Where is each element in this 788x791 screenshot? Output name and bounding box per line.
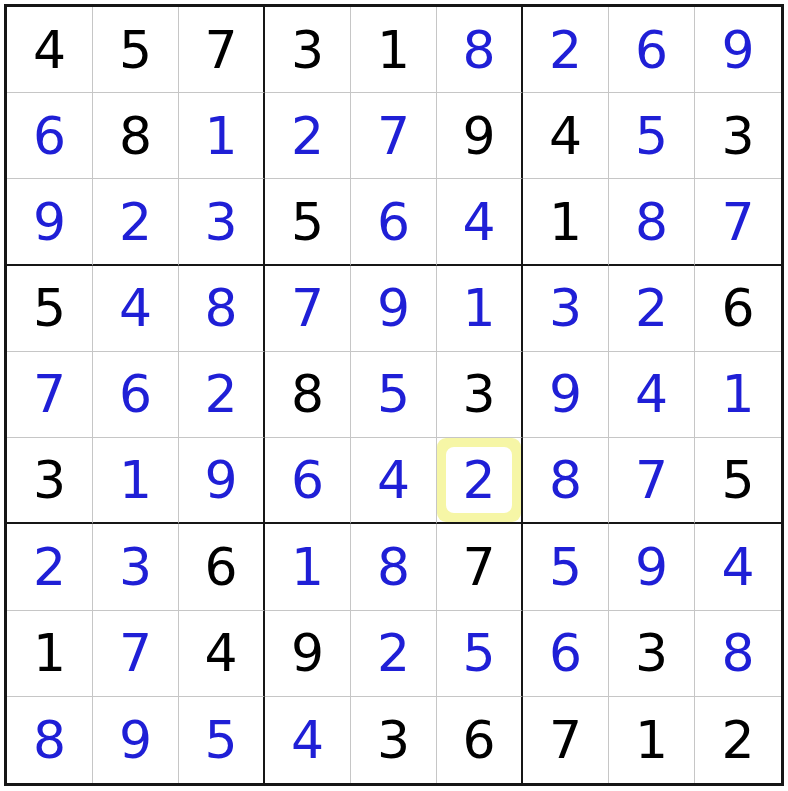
cell-digit: 3 [119,541,152,593]
cell-r6c8[interactable]: 7 [609,438,695,524]
cell-digit: 9 [635,541,668,593]
cell-digit: 5 [33,282,66,334]
cell-r4c6[interactable]: 1 [437,266,523,352]
cell-digit: 8 [377,541,410,593]
cell-digit: 7 [204,24,237,76]
cell-r6c5[interactable]: 4 [351,438,437,524]
cell-digit: 2 [119,196,152,248]
cell-r9c1[interactable]: 8 [7,697,93,783]
cell-digit: 9 [119,714,152,766]
cell-digit: 1 [549,196,582,248]
cell-digit: 3 [462,368,495,420]
cell-digit: 1 [721,368,754,420]
cell-r5c3[interactable]: 2 [179,352,265,438]
cell-r7c9[interactable]: 4 [695,524,781,610]
cell-digit: 9 [721,24,754,76]
cell-r8c7[interactable]: 6 [523,611,609,697]
cell-r6c6[interactable]: 2 [437,438,523,524]
cell-r9c9[interactable]: 2 [695,697,781,783]
cell-r1c9[interactable]: 9 [695,7,781,93]
cell-r3c7[interactable]: 1 [523,179,609,265]
cell-digit: 6 [549,627,582,679]
cell-r5c5[interactable]: 5 [351,352,437,438]
cell-digit: 7 [377,110,410,162]
cell-digit: 5 [291,196,324,248]
cell-r7c5[interactable]: 8 [351,524,437,610]
cell-digit: 9 [462,110,495,162]
cell-digit: 1 [377,24,410,76]
cell-r8c2[interactable]: 7 [93,611,179,697]
cell-digit: 8 [119,110,152,162]
cell-digit: 4 [462,196,495,248]
cell-digit: 6 [33,110,66,162]
cell-digit: 1 [462,282,495,334]
cell-r1c6[interactable]: 8 [437,7,523,93]
cell-digit: 8 [33,714,66,766]
cell-digit: 7 [721,196,754,248]
cell-digit: 8 [204,282,237,334]
cell-r4c9[interactable]: 6 [695,266,781,352]
cell-digit: 4 [549,110,582,162]
cell-digit: 5 [377,368,410,420]
cell-digit: 6 [635,24,668,76]
cell-digit: 7 [549,714,582,766]
cell-r9c4[interactable]: 4 [265,697,351,783]
cell-digit: 9 [377,282,410,334]
cell-r2c4[interactable]: 2 [265,93,351,179]
cell-r8c1[interactable]: 1 [7,611,93,697]
cell-r6c9[interactable]: 5 [695,438,781,524]
cell-r4c2[interactable]: 4 [93,266,179,352]
cell-digit: 4 [377,454,410,506]
cell-r9c7[interactable]: 7 [523,697,609,783]
cell-r3c3[interactable]: 3 [179,179,265,265]
cell-r3c2[interactable]: 2 [93,179,179,265]
cell-r6c4[interactable]: 6 [265,438,351,524]
cell-r2c7[interactable]: 4 [523,93,609,179]
cell-digit: 5 [721,454,754,506]
cell-digit: 5 [204,714,237,766]
cell-r5c1[interactable]: 7 [7,352,93,438]
cell-digit: 4 [119,282,152,334]
cell-digit: 1 [33,627,66,679]
cell-digit: 2 [204,368,237,420]
cell-digit: 5 [635,110,668,162]
cell-r6c7[interactable]: 8 [523,438,609,524]
cell-digit: 8 [721,627,754,679]
cell-digit: 9 [204,454,237,506]
cell-r3c4[interactable]: 5 [265,179,351,265]
cell-digit: 5 [119,24,152,76]
cell-r9c3[interactable]: 5 [179,697,265,783]
cell-digit: 8 [462,24,495,76]
cell-digit: 2 [291,110,324,162]
cell-r2c8[interactable]: 5 [609,93,695,179]
cell-digit: 2 [377,627,410,679]
cell-digit: 7 [291,282,324,334]
cell-r3c8[interactable]: 8 [609,179,695,265]
cell-r8c6[interactable]: 5 [437,611,523,697]
cell-r2c5[interactable]: 7 [351,93,437,179]
cell-digit: 9 [33,196,66,248]
cell-r7c4[interactable]: 1 [265,524,351,610]
cell-digit: 4 [291,714,324,766]
cell-r7c2[interactable]: 3 [93,524,179,610]
cell-digit: 2 [462,454,495,506]
cell-r5c7[interactable]: 9 [523,352,609,438]
cell-digit: 1 [635,714,668,766]
cell-r2c1[interactable]: 6 [7,93,93,179]
cell-digit: 5 [549,541,582,593]
cell-r1c3[interactable]: 7 [179,7,265,93]
cell-r1c1[interactable]: 4 [7,7,93,93]
cell-digit: 3 [204,196,237,248]
cell-r1c2[interactable]: 5 [93,7,179,93]
cell-r6c2[interactable]: 1 [93,438,179,524]
cell-r8c9[interactable]: 8 [695,611,781,697]
cell-digit: 8 [635,196,668,248]
cell-digit: 3 [635,627,668,679]
cell-r5c9[interactable]: 1 [695,352,781,438]
cell-r2c6[interactable]: 9 [437,93,523,179]
cell-r2c2[interactable]: 8 [93,93,179,179]
cell-digit: 4 [33,24,66,76]
cell-digit: 3 [549,282,582,334]
cell-digit: 3 [721,110,754,162]
cell-r8c8[interactable]: 3 [609,611,695,697]
cell-digit: 8 [291,368,324,420]
cell-digit: 6 [204,541,237,593]
cell-r5c4[interactable]: 8 [265,352,351,438]
cell-digit: 7 [462,541,495,593]
sudoku-board: 4573182696812794539235641875487913267628… [4,4,784,786]
cell-r1c5[interactable]: 1 [351,7,437,93]
cell-digit: 6 [462,714,495,766]
cell-r1c8[interactable]: 6 [609,7,695,93]
cell-r6c3[interactable]: 9 [179,438,265,524]
cell-digit: 6 [119,368,152,420]
cell-digit: 1 [204,110,237,162]
cell-r4c7[interactable]: 3 [523,266,609,352]
cell-digit: 8 [549,454,582,506]
cell-digit: 2 [635,282,668,334]
cell-r5c8[interactable]: 4 [609,352,695,438]
cell-digit: 7 [119,627,152,679]
cell-r4c1[interactable]: 5 [7,266,93,352]
cell-digit: 4 [721,541,754,593]
cell-digit: 2 [549,24,582,76]
cell-r1c4[interactable]: 3 [265,7,351,93]
cell-r3c1[interactable]: 9 [7,179,93,265]
cell-digit: 6 [377,196,410,248]
cell-r9c5[interactable]: 3 [351,697,437,783]
cell-digit: 3 [377,714,410,766]
cell-r2c9[interactable]: 3 [695,93,781,179]
cell-r1c7[interactable]: 2 [523,7,609,93]
cell-digit: 3 [291,24,324,76]
cell-r3c9[interactable]: 7 [695,179,781,265]
cell-digit: 6 [721,282,754,334]
cell-digit: 3 [33,454,66,506]
cell-r7c6[interactable]: 7 [437,524,523,610]
cell-digit: 6 [291,454,324,506]
cell-r7c3[interactable]: 6 [179,524,265,610]
cell-r3c6[interactable]: 4 [437,179,523,265]
cell-digit: 2 [721,714,754,766]
cell-r8c3[interactable]: 4 [179,611,265,697]
cell-r4c5[interactable]: 9 [351,266,437,352]
cell-r6c1[interactable]: 3 [7,438,93,524]
cell-digit: 4 [635,368,668,420]
cell-r8c4[interactable]: 9 [265,611,351,697]
cell-r8c5[interactable]: 2 [351,611,437,697]
cell-digit: 5 [462,627,495,679]
cell-digit: 2 [33,541,66,593]
cell-r7c1[interactable]: 2 [7,524,93,610]
cell-r9c2[interactable]: 9 [93,697,179,783]
cell-r9c8[interactable]: 1 [609,697,695,783]
cell-digit: 1 [119,454,152,506]
cell-r4c3[interactable]: 8 [179,266,265,352]
cell-digit: 9 [549,368,582,420]
cell-digit: 7 [33,368,66,420]
cell-r2c3[interactable]: 1 [179,93,265,179]
cell-r7c8[interactable]: 9 [609,524,695,610]
cell-digit: 9 [291,627,324,679]
cell-r5c2[interactable]: 6 [93,352,179,438]
cell-r7c7[interactable]: 5 [523,524,609,610]
cell-r4c8[interactable]: 2 [609,266,695,352]
cell-digit: 7 [635,454,668,506]
cell-digit: 1 [291,541,324,593]
cell-r4c4[interactable]: 7 [265,266,351,352]
cell-r3c5[interactable]: 6 [351,179,437,265]
cell-r9c6[interactable]: 6 [437,697,523,783]
cell-r5c6[interactable]: 3 [437,352,523,438]
cell-digit: 4 [204,627,237,679]
